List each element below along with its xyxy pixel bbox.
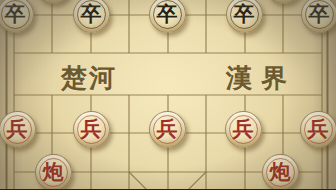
river-text-chu-he: 楚河 [61,65,117,93]
piece-glyph: 卒 [309,0,330,33]
piece-glyph: 兵 [81,111,102,148]
piece-glyph: 卒 [157,0,178,33]
piece-glyph: 卒 [81,0,102,33]
red-soldier[interactable]: 兵 [300,111,336,148]
river-text-han-jie: 漢界 [226,65,296,93]
piece-glyph: 兵 [7,111,28,148]
red-cannon[interactable]: 炮 [262,154,299,190]
piece-glyph: 兵 [157,111,178,148]
xiangqi-board[interactable]: 楚河 漢界 卒 卒 卒 卒 卒 兵 兵 兵 兵 兵 [0,0,336,189]
black-soldier[interactable]: 卒 [301,0,336,33]
black-soldier[interactable]: 卒 [149,0,186,33]
piece-glyph: 卒 [234,0,255,33]
piece-glyph: 兵 [233,111,254,148]
black-soldier[interactable]: 卒 [73,0,110,33]
black-soldier[interactable]: 卒 [226,0,263,33]
red-soldier[interactable]: 兵 [225,111,262,148]
red-soldier[interactable]: 兵 [149,111,186,148]
black-soldier[interactable]: 卒 [0,0,34,33]
red-soldier[interactable]: 兵 [73,111,110,148]
red-soldier[interactable]: 兵 [0,111,36,148]
piece-glyph: 炮 [270,154,291,190]
red-cannon[interactable]: 炮 [35,154,72,190]
piece-glyph: 卒 [5,0,26,33]
piece-glyph: 兵 [308,111,329,148]
piece-glyph: 炮 [43,154,64,190]
